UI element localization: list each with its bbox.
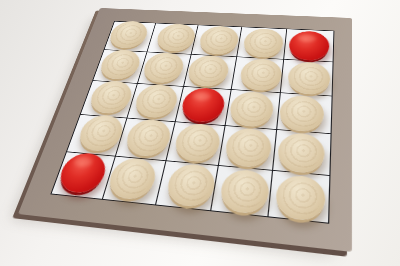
cell-r3c4[interactable] [226,90,281,130]
cell-r4c4[interactable] [219,126,277,171]
cell-r4c3[interactable] [166,122,225,166]
cell-r2c4[interactable] [232,57,285,93]
wooden-disc[interactable] [104,156,159,200]
cell-r5c5[interactable] [269,171,330,223]
cell-r3c5[interactable] [277,93,331,134]
wooden-disc[interactable] [154,23,198,52]
wooden-disc[interactable] [274,173,326,221]
red-disc[interactable] [288,30,330,61]
cell-r2c3[interactable] [184,55,237,90]
wooden-disc[interactable] [278,95,324,133]
wooden-disc[interactable] [287,61,331,95]
red-disc[interactable] [179,87,227,123]
wooden-disc[interactable] [223,127,273,169]
cell-r3c3[interactable] [176,87,232,126]
cell-r2c5[interactable] [281,60,333,97]
game-board [18,8,352,252]
wooden-disc[interactable] [164,162,218,208]
red-disc[interactable] [55,151,110,194]
cell-r5c4[interactable] [211,166,273,216]
board-grid [50,21,334,224]
cell-r4c5[interactable] [273,130,330,176]
wooden-disc[interactable] [131,83,180,119]
wooden-disc[interactable] [276,132,325,175]
cell-r4c2[interactable] [116,118,176,161]
board-mat [18,8,352,252]
wooden-disc[interactable] [122,118,173,158]
cell-r1c3[interactable] [192,25,243,57]
cell-r1c5[interactable] [284,29,333,62]
cell-r2c2[interactable] [138,52,192,87]
photo-background [0,0,400,266]
cell-r5c3[interactable] [156,161,219,210]
wooden-disc[interactable] [185,55,230,88]
wooden-disc[interactable] [86,80,135,115]
wooden-disc[interactable] [140,52,186,84]
wooden-disc[interactable] [96,49,143,80]
wooden-disc[interactable] [227,91,274,128]
cell-r1c4[interactable] [237,27,287,59]
cell-r1c2[interactable] [147,23,198,54]
wooden-disc[interactable] [241,28,284,58]
cell-r3c2[interactable] [127,84,184,122]
wooden-disc[interactable] [197,25,240,55]
wooden-disc[interactable] [106,20,150,48]
wooden-disc[interactable] [238,58,283,92]
wooden-disc[interactable] [218,168,271,215]
wooden-disc[interactable] [171,122,222,163]
